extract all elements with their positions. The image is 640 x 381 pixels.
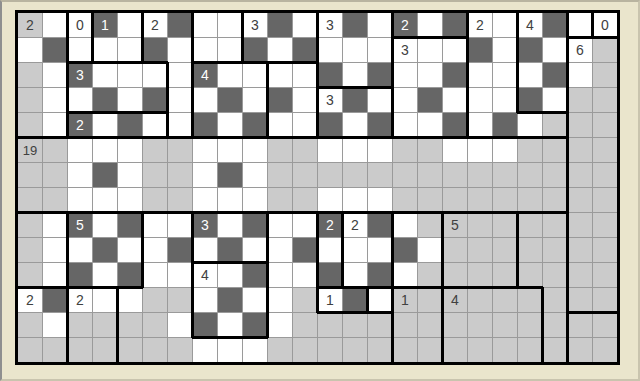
- grid-cell-r5-c12[interactable]: [293, 113, 317, 137]
- grid-cell-r10-c4[interactable]: [93, 238, 117, 262]
- grid-cell-r11-c6[interactable]: [143, 263, 167, 287]
- grid-cell-r6-c5[interactable]: [118, 138, 142, 162]
- grid-cell-r4-c24[interactable]: [593, 88, 617, 112]
- grid-cell-r8-c10[interactable]: [243, 188, 267, 212]
- grid-cell-r9-c6[interactable]: [143, 213, 167, 237]
- grid-cell-r1-c18[interactable]: [443, 13, 467, 37]
- grid-cell-r9-c12[interactable]: [293, 213, 317, 237]
- grid-cell-r5-c14[interactable]: [343, 113, 367, 137]
- grid-cell-r11-c8[interactable]: 4: [193, 263, 217, 287]
- grid-cell-r12-c16[interactable]: 1: [393, 288, 417, 312]
- grid-cell-r2-c12[interactable]: [293, 38, 317, 62]
- grid-cell-r14-c6[interactable]: [143, 338, 167, 362]
- grid-cell-r13-c22[interactable]: [543, 313, 567, 337]
- grid-cell-r8-c20[interactable]: [493, 188, 517, 212]
- grid-cell-r10-c18[interactable]: [443, 238, 467, 262]
- grid-cell-r13-c1[interactable]: [18, 313, 42, 337]
- grid-cell-r7-c4[interactable]: [93, 163, 117, 187]
- grid-cell-r9-c1[interactable]: [18, 213, 42, 237]
- grid-cell-r10-c23[interactable]: [568, 238, 592, 262]
- grid-cell-r9-c4[interactable]: [93, 213, 117, 237]
- grid-cell-r2-c16[interactable]: 3: [393, 38, 417, 62]
- grid-cell-r14-c15[interactable]: [368, 338, 392, 362]
- grid-cell-r11-c5[interactable]: [118, 263, 142, 287]
- grid-cell-r10-c14[interactable]: [343, 238, 367, 262]
- grid-cell-r11-c3[interactable]: [68, 263, 92, 287]
- grid-cell-r13-c9[interactable]: [218, 313, 242, 337]
- grid-cell-r7-c15[interactable]: [368, 163, 392, 187]
- grid-cell-r14-c20[interactable]: [493, 338, 517, 362]
- grid-cell-r5-c11[interactable]: [268, 113, 292, 137]
- grid-cell-r4-c5[interactable]: [118, 88, 142, 112]
- grid-cell-r1-c5[interactable]: [118, 13, 142, 37]
- grid-cell-r9-c9[interactable]: [218, 213, 242, 237]
- grid-cell-r6-c22[interactable]: [543, 138, 567, 162]
- grid-cell-r10-c8[interactable]: [193, 238, 217, 262]
- grid-cell-r6-c20[interactable]: [493, 138, 517, 162]
- grid-cell-r4-c19[interactable]: [468, 88, 492, 112]
- grid-cell-r4-c21[interactable]: [518, 88, 542, 112]
- grid-cell-r9-c23[interactable]: [568, 213, 592, 237]
- grid-cell-r2-c19[interactable]: [468, 38, 492, 62]
- grid-cell-r11-c23[interactable]: [568, 263, 592, 287]
- grid-cell-r4-c2[interactable]: [43, 88, 67, 112]
- grid-cell-r13-c5[interactable]: [118, 313, 142, 337]
- grid-cell-r8-c11[interactable]: [268, 188, 292, 212]
- grid-cell-r3-c23[interactable]: [568, 63, 592, 87]
- grid-cell-r10-c21[interactable]: [518, 238, 542, 262]
- grid-cell-r9-c13[interactable]: 2: [318, 213, 342, 237]
- grid-cell-r3-c16[interactable]: [393, 63, 417, 87]
- grid-cell-r9-c20[interactable]: [493, 213, 517, 237]
- grid-cell-r1-c11[interactable]: [268, 13, 292, 37]
- grid-cell-r1-c9[interactable]: [218, 13, 242, 37]
- grid-cell-r13-c13[interactable]: [318, 313, 342, 337]
- grid-cell-r6-c21[interactable]: [518, 138, 542, 162]
- grid-cell-r7-c9[interactable]: [218, 163, 242, 187]
- grid-cell-r3-c18[interactable]: [443, 63, 467, 87]
- grid-cell-r3-c4[interactable]: [93, 63, 117, 87]
- grid-cell-r6-c2[interactable]: [43, 138, 67, 162]
- grid-cell-r10-c10[interactable]: [243, 238, 267, 262]
- grid-cell-r1-c10[interactable]: 3: [243, 13, 267, 37]
- grid-cell-r13-c10[interactable]: [243, 313, 267, 337]
- grid-cell-r5-c21[interactable]: [518, 113, 542, 137]
- grid-cell-r3-c6[interactable]: [143, 63, 167, 87]
- grid-cell-r4-c10[interactable]: [243, 88, 267, 112]
- grid-cell-r4-c18[interactable]: [443, 88, 467, 112]
- grid-cell-r2-c22[interactable]: [543, 38, 567, 62]
- grid-cell-r13-c14[interactable]: [343, 313, 367, 337]
- grid-cell-r11-c20[interactable]: [493, 263, 517, 287]
- grid-cell-r1-c3[interactable]: 0: [68, 13, 92, 37]
- grid-cell-r9-c8[interactable]: 3: [193, 213, 217, 237]
- grid-cell-r12-c3[interactable]: 2: [68, 288, 92, 312]
- grid-cell-r9-c5[interactable]: [118, 213, 142, 237]
- grid-cell-r3-c10[interactable]: [243, 63, 267, 87]
- grid-cell-r5-c17[interactable]: [418, 113, 442, 137]
- grid-cell-r5-c4[interactable]: [93, 113, 117, 137]
- grid-cell-r5-c5[interactable]: [118, 113, 142, 137]
- grid-cell-r2-c18[interactable]: [443, 38, 467, 62]
- grid-cell-r5-c13[interactable]: [318, 113, 342, 137]
- grid-cell-r1-c16[interactable]: 2: [393, 13, 417, 37]
- grid-cell-r5-c20[interactable]: [493, 113, 517, 137]
- grid-cell-r7-c6[interactable]: [143, 163, 167, 187]
- grid-cell-r1-c8[interactable]: [193, 13, 217, 37]
- grid-cell-r7-c13[interactable]: [318, 163, 342, 187]
- grid-cell-r12-c23[interactable]: [568, 288, 592, 312]
- grid-cell-r6-c15[interactable]: [368, 138, 392, 162]
- grid-cell-r10-c12[interactable]: [293, 238, 317, 262]
- grid-cell-r5-c1[interactable]: [18, 113, 42, 137]
- grid-cell-r14-c14[interactable]: [343, 338, 367, 362]
- grid-cell-r10-c16[interactable]: [393, 238, 417, 262]
- grid-cell-r14-c10[interactable]: [243, 338, 267, 362]
- grid-cell-r3-c15[interactable]: [368, 63, 392, 87]
- grid-cell-r9-c7[interactable]: [168, 213, 192, 237]
- grid-cell-r3-c2[interactable]: [43, 63, 67, 87]
- grid-cell-r6-c9[interactable]: [218, 138, 242, 162]
- grid-cell-r7-c19[interactable]: [468, 163, 492, 187]
- grid-cell-r4-c14[interactable]: [343, 88, 367, 112]
- grid-cell-r3-c11[interactable]: [268, 63, 292, 87]
- grid-cell-r9-c17[interactable]: [418, 213, 442, 237]
- grid-cell-r2-c11[interactable]: [268, 38, 292, 62]
- grid-cell-r12-c11[interactable]: [268, 288, 292, 312]
- grid-cell-r3-c5[interactable]: [118, 63, 142, 87]
- grid-cell-r13-c3[interactable]: [68, 313, 92, 337]
- grid-cell-r5-c16[interactable]: [393, 113, 417, 137]
- grid-cell-r13-c21[interactable]: [518, 313, 542, 337]
- grid-cell-r6-c24[interactable]: [593, 138, 617, 162]
- grid-cell-r13-c15[interactable]: [368, 313, 392, 337]
- grid-cell-r1-c24[interactable]: 0: [593, 13, 617, 37]
- grid-cell-r4-c15[interactable]: [368, 88, 392, 112]
- grid-cell-r2-c23[interactable]: 6: [568, 38, 592, 62]
- grid-cell-r8-c24[interactable]: [593, 188, 617, 212]
- grid-cell-r11-c2[interactable]: [43, 263, 67, 287]
- grid-cell-r8-c22[interactable]: [543, 188, 567, 212]
- grid-cell-r8-c1[interactable]: [18, 188, 42, 212]
- grid-cell-r6-c8[interactable]: [193, 138, 217, 162]
- grid-cell-r1-c20[interactable]: [493, 13, 517, 37]
- grid-cell-r8-c6[interactable]: [143, 188, 167, 212]
- grid-cell-r7-c1[interactable]: [18, 163, 42, 187]
- grid-cell-r7-c8[interactable]: [193, 163, 217, 187]
- grid-cell-r4-c4[interactable]: [93, 88, 117, 112]
- grid-cell-r13-c6[interactable]: [143, 313, 167, 337]
- grid-cell-r5-c19[interactable]: [468, 113, 492, 137]
- grid-cell-r8-c13[interactable]: [318, 188, 342, 212]
- grid-cell-r14-c7[interactable]: [168, 338, 192, 362]
- grid-cell-r10-c5[interactable]: [118, 238, 142, 262]
- grid-cell-r11-c14[interactable]: [343, 263, 367, 287]
- grid-cell-r2-c15[interactable]: [368, 38, 392, 62]
- grid-cell-r12-c15[interactable]: [368, 288, 392, 312]
- grid-cell-r9-c16[interactable]: [393, 213, 417, 237]
- grid-cell-r14-c5[interactable]: [118, 338, 142, 362]
- grid-cell-r9-c21[interactable]: [518, 213, 542, 237]
- grid-cell-r12-c5[interactable]: [118, 288, 142, 312]
- grid-cell-r14-c16[interactable]: [393, 338, 417, 362]
- grid-cell-r6-c7[interactable]: [168, 138, 192, 162]
- grid-cell-r9-c11[interactable]: [268, 213, 292, 237]
- grid-cell-r2-c17[interactable]: [418, 38, 442, 62]
- grid-cell-r8-c7[interactable]: [168, 188, 192, 212]
- grid-cell-r1-c21[interactable]: 4: [518, 13, 542, 37]
- grid-cell-r10-c15[interactable]: [368, 238, 392, 262]
- grid-cell-r14-c22[interactable]: [543, 338, 567, 362]
- grid-cell-r14-c23[interactable]: [568, 338, 592, 362]
- grid-cell-r7-c16[interactable]: [393, 163, 417, 187]
- grid-cell-r1-c7[interactable]: [168, 13, 192, 37]
- grid-cell-r2-c24[interactable]: [593, 38, 617, 62]
- grid-cell-r5-c15[interactable]: [368, 113, 392, 137]
- grid-cell-r7-c18[interactable]: [443, 163, 467, 187]
- grid-cell-r5-c22[interactable]: [543, 113, 567, 137]
- grid-cell-r10-c20[interactable]: [493, 238, 517, 262]
- grid-cell-r7-c24[interactable]: [593, 163, 617, 187]
- grid-cell-r2-c3[interactable]: [68, 38, 92, 62]
- grid-cell-r14-c17[interactable]: [418, 338, 442, 362]
- grid-cell-r3-c12[interactable]: [293, 63, 317, 87]
- grid-cell-r14-c21[interactable]: [518, 338, 542, 362]
- grid-cell-r10-c13[interactable]: [318, 238, 342, 262]
- grid-cell-r6-c3[interactable]: [68, 138, 92, 162]
- grid-cell-r6-c4[interactable]: [93, 138, 117, 162]
- grid-cell-r11-c10[interactable]: [243, 263, 267, 287]
- grid-cell-r13-c11[interactable]: [268, 313, 292, 337]
- grid-cell-r12-c12[interactable]: [293, 288, 317, 312]
- grid-cell-r7-c17[interactable]: [418, 163, 442, 187]
- grid-cell-r7-c5[interactable]: [118, 163, 142, 187]
- grid-cell-r13-c19[interactable]: [468, 313, 492, 337]
- grid-cell-r9-c18[interactable]: 5: [443, 213, 467, 237]
- grid-cell-r14-c18[interactable]: [443, 338, 467, 362]
- grid-cell-r10-c2[interactable]: [43, 238, 67, 262]
- grid-cell-r10-c11[interactable]: [268, 238, 292, 262]
- grid-cell-r4-c9[interactable]: [218, 88, 242, 112]
- grid-cell-r7-c10[interactable]: [243, 163, 267, 187]
- grid-cell-r2-c8[interactable]: [193, 38, 217, 62]
- grid-cell-r1-c14[interactable]: [343, 13, 367, 37]
- grid-cell-r11-c11[interactable]: [268, 263, 292, 287]
- grid-cell-r1-c15[interactable]: [368, 13, 392, 37]
- grid-cell-r1-c17[interactable]: [418, 13, 442, 37]
- grid-cell-r8-c4[interactable]: [93, 188, 117, 212]
- grid-cell-r13-c20[interactable]: [493, 313, 517, 337]
- grid-cell-r3-c7[interactable]: [168, 63, 192, 87]
- grid-cell-r6-c11[interactable]: [268, 138, 292, 162]
- grid-cell-r8-c23[interactable]: [568, 188, 592, 212]
- grid-cell-r8-c9[interactable]: [218, 188, 242, 212]
- grid-cell-r12-c19[interactable]: [468, 288, 492, 312]
- grid-cell-r11-c17[interactable]: [418, 263, 442, 287]
- grid-cell-r6-c17[interactable]: [418, 138, 442, 162]
- grid-cell-r11-c4[interactable]: [93, 263, 117, 287]
- grid-cell-r9-c22[interactable]: [543, 213, 567, 237]
- grid-cell-r4-c23[interactable]: [568, 88, 592, 112]
- grid-cell-r8-c18[interactable]: [443, 188, 467, 212]
- grid-cell-r3-c24[interactable]: [593, 63, 617, 87]
- grid-cell-r14-c12[interactable]: [293, 338, 317, 362]
- grid-cell-r3-c8[interactable]: 4: [193, 63, 217, 87]
- grid-cell-r10-c19[interactable]: [468, 238, 492, 262]
- grid-cell-r2-c21[interactable]: [518, 38, 542, 62]
- grid-cell-r6-c10[interactable]: [243, 138, 267, 162]
- grid-cell-r9-c2[interactable]: [43, 213, 67, 237]
- grid-cell-r2-c7[interactable]: [168, 38, 192, 62]
- grid-cell-r7-c21[interactable]: [518, 163, 542, 187]
- grid-cell-r8-c16[interactable]: [393, 188, 417, 212]
- grid-cell-r4-c3[interactable]: [68, 88, 92, 112]
- grid-cell-r1-c6[interactable]: 2: [143, 13, 167, 37]
- grid-cell-r9-c3[interactable]: 5: [68, 213, 92, 237]
- grid-cell-r14-c11[interactable]: [268, 338, 292, 362]
- grid-cell-r8-c5[interactable]: [118, 188, 142, 212]
- grid-cell-r12-c9[interactable]: [218, 288, 242, 312]
- grid-cell-r3-c1[interactable]: [18, 63, 42, 87]
- grid-cell-r13-c7[interactable]: [168, 313, 192, 337]
- grid-cell-r3-c19[interactable]: [468, 63, 492, 87]
- grid-cell-r2-c9[interactable]: [218, 38, 242, 62]
- grid-cell-r4-c22[interactable]: [543, 88, 567, 112]
- grid-cell-r4-c7[interactable]: [168, 88, 192, 112]
- grid-cell-r8-c21[interactable]: [518, 188, 542, 212]
- grid-cell-r11-c1[interactable]: [18, 263, 42, 287]
- grid-cell-r9-c19[interactable]: [468, 213, 492, 237]
- grid-cell-r4-c6[interactable]: [143, 88, 167, 112]
- grid-cell-r1-c12[interactable]: [293, 13, 317, 37]
- grid-cell-r1-c4[interactable]: 1: [93, 13, 117, 37]
- grid-cell-r14-c2[interactable]: [43, 338, 67, 362]
- grid-cell-r3-c17[interactable]: [418, 63, 442, 87]
- grid-cell-r7-c11[interactable]: [268, 163, 292, 187]
- grid-cell-r7-c22[interactable]: [543, 163, 567, 187]
- grid-cell-r6-c13[interactable]: [318, 138, 342, 162]
- grid-cell-r7-c3[interactable]: [68, 163, 92, 187]
- grid-cell-r2-c14[interactable]: [343, 38, 367, 62]
- grid-cell-r7-c12[interactable]: [293, 163, 317, 187]
- grid-cell-r14-c1[interactable]: [18, 338, 42, 362]
- grid-cell-r11-c15[interactable]: [368, 263, 392, 287]
- grid-cell-r8-c2[interactable]: [43, 188, 67, 212]
- grid-cell-r9-c15[interactable]: [368, 213, 392, 237]
- grid-cell-r12-c7[interactable]: [168, 288, 192, 312]
- grid-cell-r14-c13[interactable]: [318, 338, 342, 362]
- grid-cell-r8-c19[interactable]: [468, 188, 492, 212]
- grid-cell-r11-c22[interactable]: [543, 263, 567, 287]
- grid-cell-r4-c17[interactable]: [418, 88, 442, 112]
- grid-cell-r14-c19[interactable]: [468, 338, 492, 362]
- grid-cell-r5-c7[interactable]: [168, 113, 192, 137]
- grid-cell-r10-c7[interactable]: [168, 238, 192, 262]
- grid-cell-r11-c16[interactable]: [393, 263, 417, 287]
- grid-cell-r3-c9[interactable]: [218, 63, 242, 87]
- grid-cell-r13-c17[interactable]: [418, 313, 442, 337]
- grid-cell-r8-c12[interactable]: [293, 188, 317, 212]
- grid-cell-r14-c24[interactable]: [593, 338, 617, 362]
- grid-cell-r4-c12[interactable]: [293, 88, 317, 112]
- grid-cell-r14-c8[interactable]: [193, 338, 217, 362]
- grid-cell-r12-c8[interactable]: [193, 288, 217, 312]
- grid-cell-r2-c1[interactable]: [18, 38, 42, 62]
- grid-cell-r9-c10[interactable]: [243, 213, 267, 237]
- grid-cell-r10-c9[interactable]: [218, 238, 242, 262]
- grid-cell-r6-c19[interactable]: [468, 138, 492, 162]
- grid-cell-r12-c24[interactable]: [593, 288, 617, 312]
- grid-cell-r1-c23[interactable]: [568, 13, 592, 37]
- grid-cell-r4-c8[interactable]: [193, 88, 217, 112]
- grid-cell-r4-c16[interactable]: [393, 88, 417, 112]
- grid-cell-r12-c1[interactable]: 2: [18, 288, 42, 312]
- grid-cell-r7-c2[interactable]: [43, 163, 67, 187]
- grid-cell-r4-c20[interactable]: [493, 88, 517, 112]
- grid-cell-r11-c9[interactable]: [218, 263, 242, 287]
- grid-cell-r3-c14[interactable]: [343, 63, 367, 87]
- grid-cell-r11-c12[interactable]: [293, 263, 317, 287]
- grid-cell-r3-c3[interactable]: 3: [68, 63, 92, 87]
- grid-cell-r1-c19[interactable]: 2: [468, 13, 492, 37]
- grid-cell-r12-c4[interactable]: [93, 288, 117, 312]
- grid-cell-r7-c14[interactable]: [343, 163, 367, 187]
- grid-cell-r2-c20[interactable]: [493, 38, 517, 62]
- grid-cell-r8-c8[interactable]: [193, 188, 217, 212]
- grid-cell-r11-c19[interactable]: [468, 263, 492, 287]
- grid-cell-r9-c24[interactable]: [593, 213, 617, 237]
- grid-cell-r4-c1[interactable]: [18, 88, 42, 112]
- grid-cell-r4-c13[interactable]: 3: [318, 88, 342, 112]
- grid-cell-r1-c1[interactable]: 2: [18, 13, 42, 37]
- grid-cell-r3-c20[interactable]: [493, 63, 517, 87]
- grid-cell-r6-c12[interactable]: [293, 138, 317, 162]
- grid-cell-r3-c22[interactable]: [543, 63, 567, 87]
- grid-cell-r12-c2[interactable]: [43, 288, 67, 312]
- grid-cell-r12-c21[interactable]: [518, 288, 542, 312]
- grid-cell-r11-c13[interactable]: [318, 263, 342, 287]
- grid-cell-r5-c23[interactable]: [568, 113, 592, 137]
- grid-cell-r3-c21[interactable]: [518, 63, 542, 87]
- grid-cell-r12-c10[interactable]: [243, 288, 267, 312]
- grid-cell-r10-c17[interactable]: [418, 238, 442, 262]
- grid-cell-r13-c23[interactable]: [568, 313, 592, 337]
- grid-cell-r14-c4[interactable]: [93, 338, 117, 362]
- grid-cell-r7-c23[interactable]: [568, 163, 592, 187]
- grid-cell-r6-c18[interactable]: [443, 138, 467, 162]
- grid-cell-r12-c18[interactable]: 4: [443, 288, 467, 312]
- grid-cell-r9-c14[interactable]: 2: [343, 213, 367, 237]
- grid-cell-r11-c18[interactable]: [443, 263, 467, 287]
- grid-cell-r8-c3[interactable]: [68, 188, 92, 212]
- grid-cell-r1-c13[interactable]: 3: [318, 13, 342, 37]
- grid-cell-r13-c8[interactable]: [193, 313, 217, 337]
- grid-cell-r8-c15[interactable]: [368, 188, 392, 212]
- grid-cell-r5-c24[interactable]: [593, 113, 617, 137]
- grid-cell-r11-c7[interactable]: [168, 263, 192, 287]
- grid-cell-r2-c6[interactable]: [143, 38, 167, 62]
- grid-cell-r14-c3[interactable]: [68, 338, 92, 362]
- grid-cell-r10-c1[interactable]: [18, 238, 42, 262]
- grid-cell-r5-c3[interactable]: 2: [68, 113, 92, 137]
- grid-cell-r13-c2[interactable]: [43, 313, 67, 337]
- grid-cell-r12-c13[interactable]: 1: [318, 288, 342, 312]
- grid-cell-r5-c6[interactable]: [143, 113, 167, 137]
- grid-cell-r5-c8[interactable]: [193, 113, 217, 137]
- grid-cell-r8-c14[interactable]: [343, 188, 367, 212]
- grid-cell-r13-c12[interactable]: [293, 313, 317, 337]
- grid-cell-r5-c18[interactable]: [443, 113, 467, 137]
